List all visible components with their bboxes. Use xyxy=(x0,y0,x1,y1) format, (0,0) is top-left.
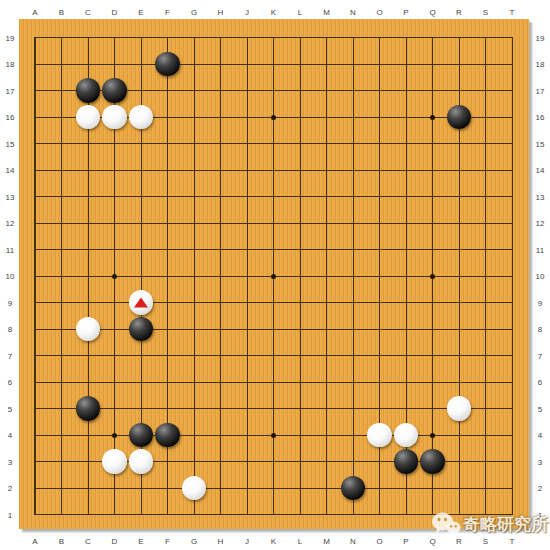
intersection-G4[interactable] xyxy=(181,422,208,449)
intersection-G7[interactable] xyxy=(181,342,208,369)
intersection-P12[interactable] xyxy=(393,210,420,237)
intersection-H5[interactable] xyxy=(207,395,234,422)
intersection-R18[interactable] xyxy=(446,51,473,78)
intersection-J17[interactable] xyxy=(234,77,261,104)
intersection-C18[interactable] xyxy=(75,51,102,78)
intersection-E10[interactable] xyxy=(128,263,155,290)
intersection-N18[interactable] xyxy=(340,51,367,78)
intersection-H13[interactable] xyxy=(207,183,234,210)
stone-black-C5[interactable] xyxy=(76,396,101,421)
intersection-E14[interactable] xyxy=(128,157,155,184)
intersection-L2[interactable] xyxy=(287,475,314,502)
intersection-Q6[interactable] xyxy=(419,369,446,396)
intersection-A4[interactable] xyxy=(22,422,49,449)
intersection-T4[interactable] xyxy=(499,422,526,449)
intersection-J19[interactable] xyxy=(234,24,261,51)
intersection-B1[interactable] xyxy=(48,501,75,528)
intersection-K6[interactable] xyxy=(260,369,287,396)
intersection-D14[interactable] xyxy=(101,157,128,184)
intersection-H12[interactable] xyxy=(207,210,234,237)
intersection-T16[interactable] xyxy=(499,104,526,131)
intersection-L16[interactable] xyxy=(287,104,314,131)
intersection-L19[interactable] xyxy=(287,24,314,51)
intersection-T3[interactable] xyxy=(499,448,526,475)
intersection-M11[interactable] xyxy=(313,236,340,263)
intersection-H6[interactable] xyxy=(207,369,234,396)
intersection-A3[interactable] xyxy=(22,448,49,475)
intersection-R13[interactable] xyxy=(446,183,473,210)
intersection-A14[interactable] xyxy=(22,157,49,184)
intersection-M4[interactable] xyxy=(313,422,340,449)
intersection-A11[interactable] xyxy=(22,236,49,263)
intersection-C11[interactable] xyxy=(75,236,102,263)
intersection-K17[interactable] xyxy=(260,77,287,104)
intersection-F7[interactable] xyxy=(154,342,181,369)
intersection-S12[interactable] xyxy=(472,210,499,237)
stone-black-P3[interactable] xyxy=(394,449,419,474)
intersection-T13[interactable] xyxy=(499,183,526,210)
intersection-N13[interactable] xyxy=(340,183,367,210)
intersection-T5[interactable] xyxy=(499,395,526,422)
intersection-B9[interactable] xyxy=(48,289,75,316)
intersection-E1[interactable] xyxy=(128,501,155,528)
intersection-Q13[interactable] xyxy=(419,183,446,210)
intersection-E17[interactable] xyxy=(128,77,155,104)
intersection-J18[interactable] xyxy=(234,51,261,78)
intersection-E6[interactable] xyxy=(128,369,155,396)
intersection-B13[interactable] xyxy=(48,183,75,210)
intersection-B17[interactable] xyxy=(48,77,75,104)
intersection-J8[interactable] xyxy=(234,316,261,343)
intersection-L12[interactable] xyxy=(287,210,314,237)
intersection-S14[interactable] xyxy=(472,157,499,184)
intersection-P5[interactable] xyxy=(393,395,420,422)
stone-white-E3[interactable] xyxy=(129,449,154,474)
intersection-B6[interactable] xyxy=(48,369,75,396)
intersection-S11[interactable] xyxy=(472,236,499,263)
intersection-C6[interactable] xyxy=(75,369,102,396)
intersection-K1[interactable] xyxy=(260,501,287,528)
intersection-F8[interactable] xyxy=(154,316,181,343)
intersection-G18[interactable] xyxy=(181,51,208,78)
intersection-A2[interactable] xyxy=(22,475,49,502)
stone-white-R5[interactable] xyxy=(447,396,472,421)
intersection-M18[interactable] xyxy=(313,51,340,78)
intersection-K7[interactable] xyxy=(260,342,287,369)
intersection-M1[interactable] xyxy=(313,501,340,528)
intersection-N11[interactable] xyxy=(340,236,367,263)
intersection-B7[interactable] xyxy=(48,342,75,369)
intersection-H9[interactable] xyxy=(207,289,234,316)
intersection-P8[interactable] xyxy=(393,316,420,343)
intersection-L7[interactable] xyxy=(287,342,314,369)
intersection-S5[interactable] xyxy=(472,395,499,422)
intersection-F15[interactable] xyxy=(154,130,181,157)
intersection-H7[interactable] xyxy=(207,342,234,369)
intersection-C13[interactable] xyxy=(75,183,102,210)
intersection-J3[interactable] xyxy=(234,448,261,475)
intersection-O19[interactable] xyxy=(366,24,393,51)
intersection-Q19[interactable] xyxy=(419,24,446,51)
intersection-G14[interactable] xyxy=(181,157,208,184)
intersection-K13[interactable] xyxy=(260,183,287,210)
intersection-L6[interactable] xyxy=(287,369,314,396)
intersection-J13[interactable] xyxy=(234,183,261,210)
intersection-N3[interactable] xyxy=(340,448,367,475)
intersection-K9[interactable] xyxy=(260,289,287,316)
intersection-Q11[interactable] xyxy=(419,236,446,263)
intersection-N1[interactable] xyxy=(340,501,367,528)
intersection-P2[interactable] xyxy=(393,475,420,502)
intersection-J1[interactable] xyxy=(234,501,261,528)
intersection-L13[interactable] xyxy=(287,183,314,210)
stone-white-D16[interactable] xyxy=(102,105,127,130)
intersection-T12[interactable] xyxy=(499,210,526,237)
intersection-D7[interactable] xyxy=(101,342,128,369)
intersection-M10[interactable] xyxy=(313,263,340,290)
intersection-R12[interactable] xyxy=(446,210,473,237)
intersection-C9[interactable] xyxy=(75,289,102,316)
intersection-Q12[interactable] xyxy=(419,210,446,237)
intersection-T9[interactable] xyxy=(499,289,526,316)
intersection-F1[interactable] xyxy=(154,501,181,528)
intersection-G6[interactable] xyxy=(181,369,208,396)
intersection-H18[interactable] xyxy=(207,51,234,78)
intersection-G11[interactable] xyxy=(181,236,208,263)
intersection-N5[interactable] xyxy=(340,395,367,422)
intersection-T7[interactable] xyxy=(499,342,526,369)
intersection-G17[interactable] xyxy=(181,77,208,104)
intersection-N4[interactable] xyxy=(340,422,367,449)
intersection-E12[interactable] xyxy=(128,210,155,237)
intersection-A1[interactable] xyxy=(22,501,49,528)
intersection-J16[interactable] xyxy=(234,104,261,131)
intersection-S17[interactable] xyxy=(472,77,499,104)
intersection-S13[interactable] xyxy=(472,183,499,210)
intersection-L3[interactable] xyxy=(287,448,314,475)
intersection-G5[interactable] xyxy=(181,395,208,422)
intersection-N8[interactable] xyxy=(340,316,367,343)
intersection-E15[interactable] xyxy=(128,130,155,157)
intersection-A13[interactable] xyxy=(22,183,49,210)
intersection-P13[interactable] xyxy=(393,183,420,210)
intersection-C2[interactable] xyxy=(75,475,102,502)
intersection-O5[interactable] xyxy=(366,395,393,422)
intersection-S8[interactable] xyxy=(472,316,499,343)
intersection-M8[interactable] xyxy=(313,316,340,343)
intersection-H4[interactable] xyxy=(207,422,234,449)
intersection-M14[interactable] xyxy=(313,157,340,184)
intersection-G9[interactable] xyxy=(181,289,208,316)
intersection-O10[interactable] xyxy=(366,263,393,290)
intersection-S9[interactable] xyxy=(472,289,499,316)
intersection-E11[interactable] xyxy=(128,236,155,263)
intersection-D1[interactable] xyxy=(101,501,128,528)
intersection-M19[interactable] xyxy=(313,24,340,51)
intersection-F19[interactable] xyxy=(154,24,181,51)
intersection-P10[interactable] xyxy=(393,263,420,290)
intersection-B19[interactable] xyxy=(48,24,75,51)
intersection-F5[interactable] xyxy=(154,395,181,422)
intersection-H14[interactable] xyxy=(207,157,234,184)
intersection-C3[interactable] xyxy=(75,448,102,475)
intersection-C1[interactable] xyxy=(75,501,102,528)
intersection-L18[interactable] xyxy=(287,51,314,78)
intersection-F16[interactable] xyxy=(154,104,181,131)
stone-white-O4[interactable] xyxy=(367,423,392,448)
intersection-J12[interactable] xyxy=(234,210,261,237)
intersection-J4[interactable] xyxy=(234,422,261,449)
intersection-S16[interactable] xyxy=(472,104,499,131)
intersection-R14[interactable] xyxy=(446,157,473,184)
intersection-K2[interactable] xyxy=(260,475,287,502)
intersection-G8[interactable] xyxy=(181,316,208,343)
intersection-M9[interactable] xyxy=(313,289,340,316)
intersection-K5[interactable] xyxy=(260,395,287,422)
intersection-P11[interactable] xyxy=(393,236,420,263)
intersection-L1[interactable] xyxy=(287,501,314,528)
intersection-T10[interactable] xyxy=(499,263,526,290)
intersection-H8[interactable] xyxy=(207,316,234,343)
intersection-O16[interactable] xyxy=(366,104,393,131)
intersection-T8[interactable] xyxy=(499,316,526,343)
intersection-S19[interactable] xyxy=(472,24,499,51)
intersection-Q2[interactable] xyxy=(419,475,446,502)
intersection-L14[interactable] xyxy=(287,157,314,184)
intersection-D15[interactable] xyxy=(101,130,128,157)
intersection-O1[interactable] xyxy=(366,501,393,528)
intersection-J11[interactable] xyxy=(234,236,261,263)
intersection-G19[interactable] xyxy=(181,24,208,51)
intersection-C19[interactable] xyxy=(75,24,102,51)
intersection-N7[interactable] xyxy=(340,342,367,369)
intersection-K11[interactable] xyxy=(260,236,287,263)
intersection-N9[interactable] xyxy=(340,289,367,316)
intersection-R9[interactable] xyxy=(446,289,473,316)
intersection-R2[interactable] xyxy=(446,475,473,502)
intersection-M17[interactable] xyxy=(313,77,340,104)
intersection-F3[interactable] xyxy=(154,448,181,475)
intersection-A8[interactable] xyxy=(22,316,49,343)
intersection-O13[interactable] xyxy=(366,183,393,210)
intersection-R3[interactable] xyxy=(446,448,473,475)
intersection-O15[interactable] xyxy=(366,130,393,157)
intersection-K18[interactable] xyxy=(260,51,287,78)
intersection-A17[interactable] xyxy=(22,77,49,104)
intersection-H15[interactable] xyxy=(207,130,234,157)
intersection-B11[interactable] xyxy=(48,236,75,263)
intersection-B5[interactable] xyxy=(48,395,75,422)
intersection-L10[interactable] xyxy=(287,263,314,290)
intersection-B8[interactable] xyxy=(48,316,75,343)
intersection-S10[interactable] xyxy=(472,263,499,290)
stone-black-F4[interactable] xyxy=(155,423,180,448)
intersection-C7[interactable] xyxy=(75,342,102,369)
intersection-O14[interactable] xyxy=(366,157,393,184)
intersection-N19[interactable] xyxy=(340,24,367,51)
intersection-G16[interactable] xyxy=(181,104,208,131)
intersection-N15[interactable] xyxy=(340,130,367,157)
intersection-T6[interactable] xyxy=(499,369,526,396)
intersection-R11[interactable] xyxy=(446,236,473,263)
intersection-O6[interactable] xyxy=(366,369,393,396)
intersection-O3[interactable] xyxy=(366,448,393,475)
intersection-Q7[interactable] xyxy=(419,342,446,369)
intersection-D18[interactable] xyxy=(101,51,128,78)
intersection-P18[interactable] xyxy=(393,51,420,78)
intersection-F13[interactable] xyxy=(154,183,181,210)
intersection-A6[interactable] xyxy=(22,369,49,396)
intersection-O9[interactable] xyxy=(366,289,393,316)
intersection-A5[interactable] xyxy=(22,395,49,422)
intersection-P6[interactable] xyxy=(393,369,420,396)
intersection-A16[interactable] xyxy=(22,104,49,131)
intersection-F10[interactable] xyxy=(154,263,181,290)
intersection-B16[interactable] xyxy=(48,104,75,131)
intersection-K19[interactable] xyxy=(260,24,287,51)
intersection-T15[interactable] xyxy=(499,130,526,157)
intersection-N16[interactable] xyxy=(340,104,367,131)
intersection-J2[interactable] xyxy=(234,475,261,502)
intersection-T14[interactable] xyxy=(499,157,526,184)
intersection-P19[interactable] xyxy=(393,24,420,51)
intersection-Q17[interactable] xyxy=(419,77,446,104)
intersection-P9[interactable] xyxy=(393,289,420,316)
intersection-A15[interactable] xyxy=(22,130,49,157)
intersection-K14[interactable] xyxy=(260,157,287,184)
intersection-R10[interactable] xyxy=(446,263,473,290)
intersection-K8[interactable] xyxy=(260,316,287,343)
stone-black-F18[interactable] xyxy=(155,52,180,77)
intersection-S6[interactable] xyxy=(472,369,499,396)
intersection-T2[interactable] xyxy=(499,475,526,502)
intersection-B18[interactable] xyxy=(48,51,75,78)
intersection-B3[interactable] xyxy=(48,448,75,475)
intersection-A10[interactable] xyxy=(22,263,49,290)
intersection-E18[interactable] xyxy=(128,51,155,78)
stone-white-E9[interactable] xyxy=(129,290,154,315)
intersection-K3[interactable] xyxy=(260,448,287,475)
intersection-T17[interactable] xyxy=(499,77,526,104)
intersection-G1[interactable] xyxy=(181,501,208,528)
intersection-D2[interactable] xyxy=(101,475,128,502)
intersection-N6[interactable] xyxy=(340,369,367,396)
intersection-J14[interactable] xyxy=(234,157,261,184)
intersection-H19[interactable] xyxy=(207,24,234,51)
intersection-P7[interactable] xyxy=(393,342,420,369)
intersection-D13[interactable] xyxy=(101,183,128,210)
intersection-H11[interactable] xyxy=(207,236,234,263)
intersection-G12[interactable] xyxy=(181,210,208,237)
intersection-N12[interactable] xyxy=(340,210,367,237)
intersection-C15[interactable] xyxy=(75,130,102,157)
intersection-A7[interactable] xyxy=(22,342,49,369)
intersection-B14[interactable] xyxy=(48,157,75,184)
intersection-R7[interactable] xyxy=(446,342,473,369)
intersection-T11[interactable] xyxy=(499,236,526,263)
intersection-E5[interactable] xyxy=(128,395,155,422)
intersection-O11[interactable] xyxy=(366,236,393,263)
intersection-Q8[interactable] xyxy=(419,316,446,343)
intersection-T19[interactable] xyxy=(499,24,526,51)
intersection-O7[interactable] xyxy=(366,342,393,369)
intersection-L9[interactable] xyxy=(287,289,314,316)
intersection-B10[interactable] xyxy=(48,263,75,290)
intersection-D12[interactable] xyxy=(101,210,128,237)
intersection-F14[interactable] xyxy=(154,157,181,184)
intersection-D9[interactable] xyxy=(101,289,128,316)
intersection-H1[interactable] xyxy=(207,501,234,528)
intersection-D8[interactable] xyxy=(101,316,128,343)
intersection-E13[interactable] xyxy=(128,183,155,210)
intersection-C10[interactable] xyxy=(75,263,102,290)
intersection-R19[interactable] xyxy=(446,24,473,51)
intersection-R4[interactable] xyxy=(446,422,473,449)
intersection-L8[interactable] xyxy=(287,316,314,343)
intersection-Q18[interactable] xyxy=(419,51,446,78)
intersection-L17[interactable] xyxy=(287,77,314,104)
intersection-R6[interactable] xyxy=(446,369,473,396)
intersection-B15[interactable] xyxy=(48,130,75,157)
intersection-H10[interactable] xyxy=(207,263,234,290)
intersection-D5[interactable] xyxy=(101,395,128,422)
intersection-A19[interactable] xyxy=(22,24,49,51)
intersection-O2[interactable] xyxy=(366,475,393,502)
intersection-Q15[interactable] xyxy=(419,130,446,157)
intersection-M15[interactable] xyxy=(313,130,340,157)
intersection-O12[interactable] xyxy=(366,210,393,237)
intersection-J9[interactable] xyxy=(234,289,261,316)
intersection-M7[interactable] xyxy=(313,342,340,369)
stone-white-D3[interactable] xyxy=(102,449,127,474)
intersection-G3[interactable] xyxy=(181,448,208,475)
intersection-C14[interactable] xyxy=(75,157,102,184)
intersection-O17[interactable] xyxy=(366,77,393,104)
intersection-S7[interactable] xyxy=(472,342,499,369)
intersection-P1[interactable] xyxy=(393,501,420,528)
intersection-Q9[interactable] xyxy=(419,289,446,316)
intersection-E19[interactable] xyxy=(128,24,155,51)
intersection-C12[interactable] xyxy=(75,210,102,237)
intersection-G10[interactable] xyxy=(181,263,208,290)
intersection-F17[interactable] xyxy=(154,77,181,104)
intersection-E7[interactable] xyxy=(128,342,155,369)
intersection-R17[interactable] xyxy=(446,77,473,104)
intersection-H16[interactable] xyxy=(207,104,234,131)
intersection-F9[interactable] xyxy=(154,289,181,316)
intersection-J6[interactable] xyxy=(234,369,261,396)
intersection-M5[interactable] xyxy=(313,395,340,422)
intersection-L4[interactable] xyxy=(287,422,314,449)
intersection-T18[interactable] xyxy=(499,51,526,78)
intersection-H17[interactable] xyxy=(207,77,234,104)
intersection-J5[interactable] xyxy=(234,395,261,422)
intersection-D11[interactable] xyxy=(101,236,128,263)
intersection-G15[interactable] xyxy=(181,130,208,157)
intersection-F12[interactable] xyxy=(154,210,181,237)
intersection-M16[interactable] xyxy=(313,104,340,131)
intersection-K12[interactable] xyxy=(260,210,287,237)
intersection-J10[interactable] xyxy=(234,263,261,290)
intersection-H2[interactable] xyxy=(207,475,234,502)
intersection-Q5[interactable] xyxy=(419,395,446,422)
intersection-D19[interactable] xyxy=(101,24,128,51)
intersection-C4[interactable] xyxy=(75,422,102,449)
intersection-O18[interactable] xyxy=(366,51,393,78)
intersection-P16[interactable] xyxy=(393,104,420,131)
intersection-B4[interactable] xyxy=(48,422,75,449)
intersection-S2[interactable] xyxy=(472,475,499,502)
